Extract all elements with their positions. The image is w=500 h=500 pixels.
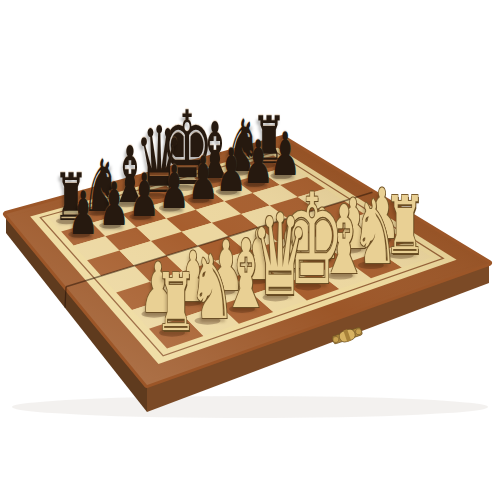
chess-set-photo: ♜♞♝♛♚♝♞♜♟♟♟♟♟♟♟♟♟♟♟♟♟♟♟♟♜♞♝♛♚♝♞♜ bbox=[0, 0, 500, 500]
piece-shadow-h8 bbox=[254, 162, 275, 168]
piece-shadow-a1 bbox=[159, 329, 185, 337]
piece-shadow-b7 bbox=[99, 222, 121, 229]
piece-shadow-d2 bbox=[243, 277, 268, 285]
piece-shadow-d7 bbox=[159, 205, 181, 212]
piece-shadow-b2 bbox=[176, 299, 201, 307]
piece-shadow-d1 bbox=[263, 294, 289, 302]
piece-shadow-h1 bbox=[388, 251, 414, 259]
piece-shadow-e1 bbox=[295, 283, 321, 291]
top-sheen bbox=[6, 138, 489, 385]
piece-shadow-f2 bbox=[306, 256, 331, 264]
piece-shadow-a7 bbox=[68, 231, 90, 238]
piece-shadow-d8 bbox=[145, 193, 166, 199]
piece-shadow-a8 bbox=[56, 218, 77, 224]
piece-shadow-h2 bbox=[366, 236, 391, 244]
piece-shadow-c1 bbox=[229, 305, 255, 313]
piece-shadow-e7 bbox=[188, 197, 210, 204]
piece-shadow-c8 bbox=[116, 201, 137, 207]
contact-shadow bbox=[12, 396, 488, 418]
piece-shadow-g2 bbox=[336, 246, 361, 254]
piece-shadow-b1 bbox=[195, 317, 221, 325]
piece-shadow-a2 bbox=[142, 310, 167, 318]
piece-shadow-f8 bbox=[200, 177, 221, 183]
piece-shadow-e2 bbox=[275, 266, 300, 274]
folding-chessboard bbox=[0, 0, 500, 500]
piece-shadow-h7 bbox=[270, 173, 292, 180]
piece-shadow-g1 bbox=[358, 261, 384, 269]
piece-shadow-f7 bbox=[216, 188, 238, 195]
piece-shadow-e8 bbox=[173, 185, 194, 191]
piece-shadow-b8 bbox=[86, 209, 107, 215]
piece-shadow-g7 bbox=[243, 180, 265, 187]
piece-shadow-f1 bbox=[327, 272, 353, 280]
piece-shadow-c7 bbox=[129, 213, 151, 220]
piece-shadow-g8 bbox=[227, 169, 248, 175]
piece-shadow-c2 bbox=[210, 288, 235, 296]
